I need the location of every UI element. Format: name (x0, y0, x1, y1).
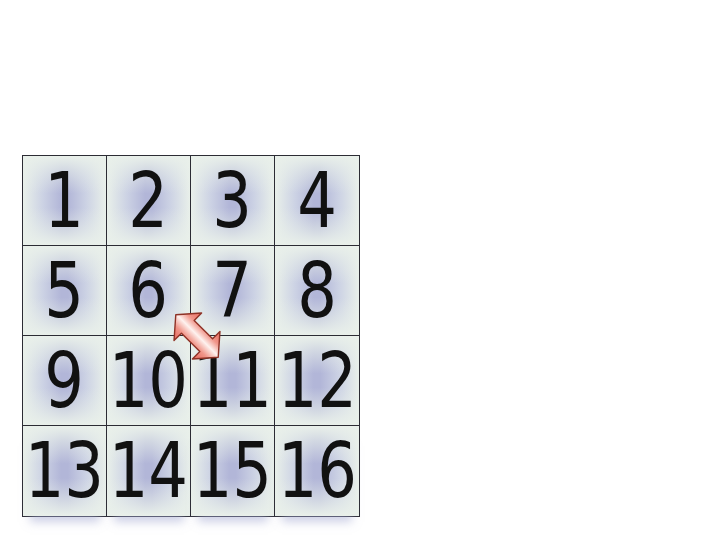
grid-cell-16[interactable]: 16 (275, 426, 359, 516)
grid-cell-3[interactable]: 3 (191, 156, 275, 246)
grid-cell-11[interactable]: 11 (191, 336, 275, 426)
cell-number: 10 (109, 343, 188, 419)
cell-number: 9 (45, 343, 85, 419)
grid-cell-14[interactable]: 14 (107, 426, 191, 516)
cell-number: 15 (193, 433, 272, 509)
cell-number: 14 (109, 433, 188, 509)
grid-cell-4[interactable]: 4 (275, 156, 359, 246)
cell-number: 7 (213, 253, 253, 329)
grid-cell-13[interactable]: 13 (23, 426, 107, 516)
cell-number: 1 (45, 163, 85, 239)
number-grid: 1 2 3 4 5 6 7 8 9 10 11 12 13 14 15 16 (22, 155, 360, 517)
grid-cell-8[interactable]: 8 (275, 246, 359, 336)
cell-number: 11 (193, 343, 272, 419)
cell-number: 16 (277, 433, 356, 509)
cell-number: 13 (25, 433, 104, 509)
grid-cell-5[interactable]: 5 (23, 246, 107, 336)
grid-cell-7[interactable]: 7 (191, 246, 275, 336)
cell-number: 6 (129, 253, 169, 329)
cell-number: 5 (45, 253, 85, 329)
grid-cell-1[interactable]: 1 (23, 156, 107, 246)
grid-cell-2[interactable]: 2 (107, 156, 191, 246)
cell-number: 8 (297, 253, 337, 329)
grid-cell-9[interactable]: 9 (23, 336, 107, 426)
grid-cell-15[interactable]: 15 (191, 426, 275, 516)
cell-number: 2 (129, 163, 169, 239)
grid-cell-12[interactable]: 12 (275, 336, 359, 426)
cell-number: 3 (213, 163, 253, 239)
grid-cell-6[interactable]: 6 (107, 246, 191, 336)
cell-number: 12 (277, 343, 356, 419)
cell-number: 4 (297, 163, 337, 239)
slide-canvas: 1 2 3 4 5 6 7 8 9 10 11 12 13 14 15 16 (0, 0, 720, 540)
grid-cell-10[interactable]: 10 (107, 336, 191, 426)
